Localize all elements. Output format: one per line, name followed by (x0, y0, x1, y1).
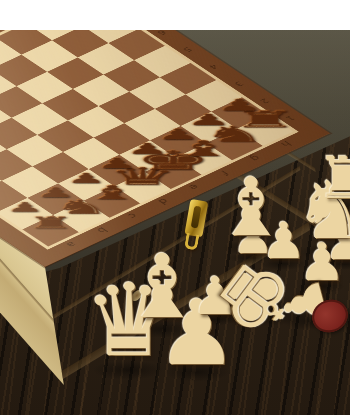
rook-glyph: ♜ (317, 149, 350, 207)
piece-dark-rook-a1[interactable]: ♜ (11, 199, 91, 230)
chess-set-photo: abcdefgh87654321 ♜♞♝♛♚♝♞♜♟♟♟♟♟♟♟♟ ♛♝♟♟♟♟… (0, 0, 350, 415)
piece-light-rook-standing[interactable]: ♜ (320, 146, 350, 210)
top-white-strip (0, 0, 350, 30)
rook-glyph: ♜ (27, 215, 74, 230)
